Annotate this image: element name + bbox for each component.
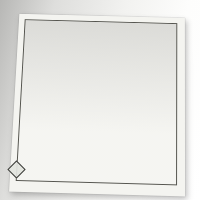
chess-board <box>9 14 185 197</box>
photo-background <box>0 0 200 200</box>
board-grid <box>17 20 177 184</box>
rank-labels-right <box>176 24 185 185</box>
emblem-diamond-shape <box>7 160 25 178</box>
brand-emblem <box>9 162 24 177</box>
